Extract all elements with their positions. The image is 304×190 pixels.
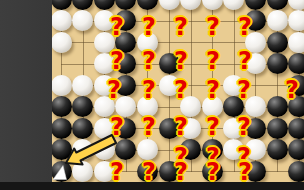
left-sidebar-panel <box>0 0 52 190</box>
question-mark-icon: ? <box>171 50 191 72</box>
question-mark-icon: ? <box>234 116 254 138</box>
black-stone <box>288 53 304 74</box>
black-stone <box>245 0 266 10</box>
white-stone <box>159 0 180 10</box>
question-mark-icon: ? <box>171 79 191 101</box>
black-stone <box>267 32 288 53</box>
question-mark-icon: ? <box>171 116 191 138</box>
question-mark-icon: ? <box>235 161 255 183</box>
white-stone <box>202 0 223 10</box>
black-stone <box>267 53 288 74</box>
white-stone <box>72 139 93 160</box>
white-stone <box>180 0 201 10</box>
white-stone <box>288 32 304 53</box>
black-stone <box>267 139 288 160</box>
question-mark-icon: ? <box>139 116 159 138</box>
black-stone <box>115 0 136 10</box>
black-stone <box>51 96 72 117</box>
question-mark-icon: ? <box>235 50 255 72</box>
question-mark-icon: ? <box>203 79 223 101</box>
question-mark-icon: ? <box>203 16 223 38</box>
black-stone <box>288 139 304 160</box>
white-stone <box>72 10 93 31</box>
question-mark-icon: ? <box>104 79 124 101</box>
black-stone <box>72 0 93 10</box>
black-stone <box>51 118 72 139</box>
white-stone <box>94 139 115 160</box>
white-stone <box>51 32 72 53</box>
black-stone <box>288 118 304 139</box>
question-mark-icon: ? <box>107 116 127 138</box>
black-stone <box>267 118 288 139</box>
question-mark-icon: ? <box>171 161 191 183</box>
black-stone <box>267 0 288 10</box>
white-stone <box>72 75 93 96</box>
question-mark-icon: ? <box>203 50 223 72</box>
question-mark-icon: ? <box>139 79 159 101</box>
white-stone <box>72 161 93 182</box>
question-mark-icon: ? <box>139 16 159 38</box>
question-mark-icon: ? <box>139 161 159 183</box>
black-stone <box>115 139 136 160</box>
black-stone <box>51 139 72 160</box>
black-stone <box>288 161 304 182</box>
question-mark-icon: ? <box>282 79 302 101</box>
black-stone <box>72 96 93 117</box>
question-mark-icon: ? <box>139 50 159 72</box>
white-stone <box>267 10 288 31</box>
white-stone <box>288 0 304 10</box>
question-mark-icon: ? <box>171 16 191 38</box>
question-mark-icon: ? <box>107 50 127 72</box>
black-stone <box>137 0 158 10</box>
white-stone <box>51 10 72 31</box>
white-stone <box>288 10 304 31</box>
question-mark-icon: ? <box>203 116 223 138</box>
question-mark-icon: ? <box>107 16 127 38</box>
screen: ????????????????????????????? <box>0 0 304 190</box>
white-stone <box>51 75 72 96</box>
black-stone <box>94 0 115 10</box>
black-stone <box>72 118 93 139</box>
white-stone <box>223 0 244 10</box>
black-stone <box>51 161 72 182</box>
question-mark-icon: ? <box>203 161 223 183</box>
black-stone <box>51 0 72 10</box>
question-mark-icon: ? <box>107 161 127 183</box>
question-mark-icon: ? <box>235 16 255 38</box>
question-mark-icon: ? <box>234 79 254 101</box>
white-stone <box>137 139 158 160</box>
